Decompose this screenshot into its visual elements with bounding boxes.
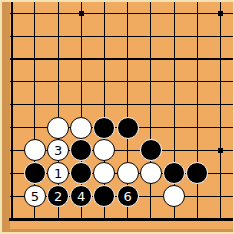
go-stone-white [24,139,46,161]
go-stone-white-3: 3 [47,139,69,161]
go-stone-black [93,185,115,207]
go-stone-black [70,162,92,184]
go-stone-black [140,139,162,161]
go-stone-white [117,162,139,184]
go-stone-black [186,162,208,184]
go-stone-white [93,162,115,184]
go-stone-black [117,117,139,139]
go-stone-white [93,139,115,161]
go-stone-black-4: 4 [70,185,92,207]
go-stone-white [163,185,185,207]
go-stone-black [70,139,92,161]
go-stone-white [140,162,162,184]
go-stone-white-1: 1 [47,162,69,184]
go-stone-black [163,162,185,184]
stones-layer: 315246 [0,2,232,231]
go-diagram: 315246 [0,0,234,234]
go-stone-white [70,117,92,139]
go-stone-black-6: 6 [117,185,139,207]
go-stone-black [93,117,115,139]
go-stone-white [47,117,69,139]
go-stone-black [24,162,46,184]
go-stone-black-2: 2 [47,185,69,207]
go-stone-white-5: 5 [24,185,46,207]
